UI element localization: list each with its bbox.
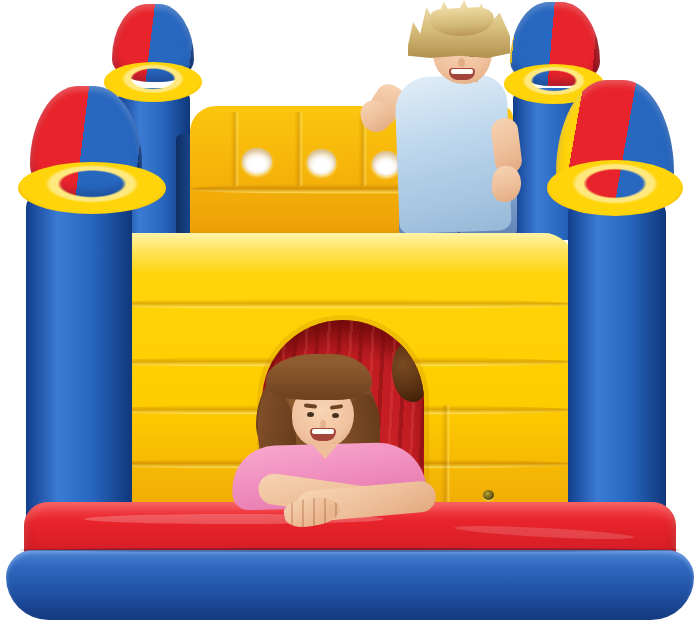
girl-teeth: [312, 429, 334, 434]
tower-ring: [547, 160, 683, 216]
quilt-seam: [85, 299, 575, 309]
quilt-seam: [441, 405, 450, 511]
girl-smile: [310, 428, 336, 441]
boy-teeth: [451, 69, 473, 74]
tower-ring: [104, 62, 202, 102]
base-highlight: [454, 523, 634, 541]
boy-smile: [449, 68, 475, 80]
quilt-seam: [294, 112, 303, 186]
boy-nose: [458, 58, 465, 67]
window-hole-1: [242, 148, 272, 174]
air-valve: [483, 490, 494, 500]
base-seam: [20, 548, 680, 552]
girl-eye: [332, 413, 339, 418]
girl-bangs: [266, 354, 372, 400]
window-hole-3: [372, 151, 400, 176]
quilt-seam: [230, 112, 239, 186]
tower-column: [26, 192, 132, 554]
blue-base-tube: [6, 550, 694, 620]
tower-ring: [18, 162, 166, 214]
girl-eye: [307, 412, 314, 417]
bouncy-castle-product-photo: [0, 0, 700, 626]
window-hole-2: [307, 149, 336, 175]
front-wall-rim: [85, 233, 575, 291]
